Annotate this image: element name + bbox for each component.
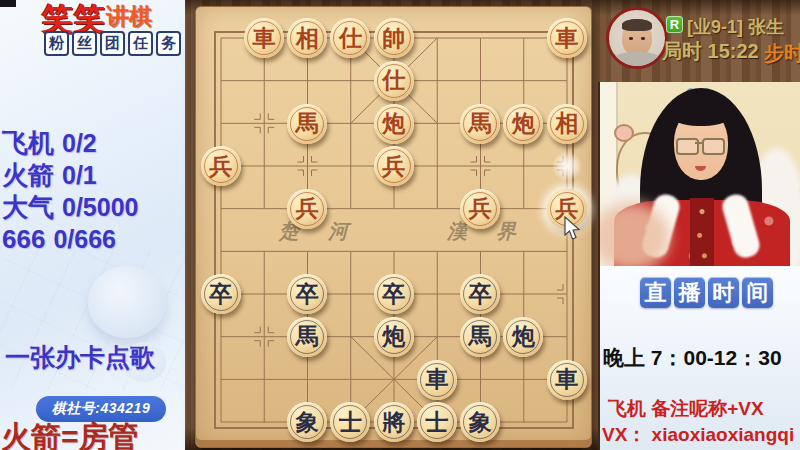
- black-piece-p[interactable]: 卒: [374, 274, 414, 314]
- piece-glyph: 相: [296, 27, 319, 50]
- gift-label: 666: [2, 224, 45, 255]
- opponent-avatar[interactable]: [606, 7, 668, 69]
- corner-sliver: [0, 0, 16, 7]
- song-request-line: 一张办卡点歌: [5, 341, 155, 374]
- piece-glyph: 仕: [382, 69, 405, 92]
- logo-sub-text: 讲棋: [106, 1, 152, 32]
- game-clock-label: 局时: [662, 40, 702, 62]
- gift-count: 0/666: [53, 225, 116, 254]
- red-piece-C[interactable]: 炮: [374, 104, 414, 144]
- schedule-title: 直 播 时 间: [640, 277, 773, 308]
- black-piece-r[interactable]: 車: [547, 360, 587, 400]
- avatar-eye: [629, 37, 633, 40]
- streamer-glasses: [702, 138, 725, 155]
- gift-count: 0/1: [62, 161, 97, 190]
- piece-glyph: 卒: [209, 283, 232, 306]
- piece-glyph: 車: [555, 368, 578, 391]
- fan-club-task-banner: 粉 丝 团 任 务: [44, 31, 181, 56]
- watermark-piece-icon: [88, 266, 166, 338]
- xiangqi-board-area: 楚 河 漢 界 車相仕帥車仕馬炮馬炮相兵兵兵兵兵卒卒卒卒馬炮馬炮車車象士將士象: [185, 0, 600, 450]
- gift-label: 火箭: [2, 158, 54, 193]
- piece-glyph: 兵: [296, 197, 319, 220]
- piece-glyph: 仕: [339, 27, 362, 50]
- black-piece-r[interactable]: 車: [417, 360, 457, 400]
- mouse-cursor: [563, 216, 583, 242]
- red-piece-A[interactable]: 仕: [374, 61, 414, 101]
- red-piece-B[interactable]: 相: [547, 104, 587, 144]
- piece-glyph: 相: [555, 112, 578, 135]
- piece-glyph: 炮: [512, 112, 535, 135]
- gift-goal-666: 666 0/666: [2, 223, 184, 255]
- piece-glyph: 象: [469, 411, 492, 434]
- black-piece-p[interactable]: 卒: [287, 274, 327, 314]
- club-id-text: 棋社号:434219: [52, 400, 150, 418]
- glasses-bridge: [695, 142, 703, 144]
- streamer-webcam-video: Disney: [598, 82, 800, 266]
- piece-glyph: 卒: [382, 283, 405, 306]
- schedule-title-char: 播: [674, 277, 705, 308]
- gift-goal-list: 飞机 0/2 火箭 0/1 大气 0/5000 666 0/666: [2, 127, 184, 255]
- piece-glyph: 車: [555, 27, 578, 50]
- piece-glyph: 將: [382, 411, 405, 434]
- piece-glyph: 馬: [469, 325, 492, 348]
- move-clock-label: 步时: [764, 40, 800, 67]
- piece-glyph: 車: [425, 368, 448, 391]
- avatar-eye: [641, 37, 645, 40]
- schedule-time-text: 晚上 7：00-12：30: [603, 344, 782, 372]
- left-info-sidebar: 笑笑 讲棋 粉 丝 团 任 务 飞机 0/2 火箭 0/1 大气 0/5000: [0, 0, 185, 450]
- schedule-title-char: 间: [742, 277, 773, 308]
- black-piece-c[interactable]: 炮: [503, 317, 543, 357]
- game-clock-value: 15:22: [708, 40, 759, 62]
- piece-glyph: 士: [339, 411, 362, 434]
- red-piece-P[interactable]: 兵: [201, 146, 241, 186]
- streamer-hair-fringe: [670, 100, 732, 126]
- schedule-title-char: 时: [708, 277, 739, 308]
- piece-glyph: 士: [425, 411, 448, 434]
- gift-goal-plane: 飞机 0/2: [2, 127, 184, 159]
- piece-glyph: 兵: [209, 155, 232, 178]
- red-piece-P[interactable]: 兵: [460, 189, 500, 229]
- rocket-admin-line: 火箭=房管: [1, 417, 139, 450]
- rank-badge-icon: R: [666, 16, 683, 33]
- red-piece-N[interactable]: 馬: [460, 104, 500, 144]
- pieces-layer[interactable]: 車相仕帥車仕馬炮馬炮相兵兵兵兵兵卒卒卒卒馬炮馬炮車車象士將士象: [199, 17, 588, 444]
- gift-label: 大气: [2, 190, 54, 225]
- red-piece-R[interactable]: 車: [244, 18, 284, 58]
- piece-glyph: 馬: [296, 325, 319, 348]
- red-piece-A[interactable]: 仕: [330, 18, 370, 58]
- gift-goal-daqi: 大气 0/5000: [2, 191, 184, 223]
- stream-screen: 笑笑 讲棋 粉 丝 团 任 务 飞机 0/2 火箭 0/1 大气 0/5000: [0, 0, 800, 450]
- black-piece-b[interactable]: 象: [460, 402, 500, 442]
- black-piece-c[interactable]: 炮: [374, 317, 414, 357]
- game-clock: 局时 15:22: [662, 38, 759, 65]
- gift-label: 飞机: [2, 126, 54, 161]
- opponent-name: [业9-1] 张生: [687, 15, 784, 39]
- red-piece-R[interactable]: 車: [547, 18, 587, 58]
- piece-glyph: 炮: [512, 325, 535, 348]
- black-piece-n[interactable]: 馬: [287, 317, 327, 357]
- schedule-title-char: 直: [640, 277, 671, 308]
- avatar-shirt: [615, 52, 659, 68]
- piece-glyph: 象: [296, 411, 319, 434]
- piece-glyph: 炮: [382, 112, 405, 135]
- fan-task-char: 任: [128, 31, 153, 56]
- red-piece-C[interactable]: 炮: [503, 104, 543, 144]
- piece-glyph: 車: [252, 27, 275, 50]
- gift-count: 0/2: [62, 129, 97, 158]
- fan-task-char: 务: [156, 31, 181, 56]
- fan-task-char: 丝: [72, 31, 97, 56]
- black-piece-b[interactable]: 象: [287, 402, 327, 442]
- red-piece-N[interactable]: 馬: [287, 104, 327, 144]
- stream-schedule-panel: 直 播 时 间 晚上 7：00-12：30 飞机 备注呢称+VX VX： xia…: [598, 266, 800, 450]
- red-piece-B[interactable]: 相: [287, 18, 327, 58]
- outfit-center-panel: [690, 198, 714, 266]
- piece-glyph: 炮: [382, 325, 405, 348]
- red-piece-P[interactable]: 兵: [374, 146, 414, 186]
- contact-line-2: VX： xiaoxiaoxiangqi: [602, 422, 794, 448]
- piece-glyph: 卒: [469, 283, 492, 306]
- piece-glyph: 馬: [296, 112, 319, 135]
- gift-goal-rocket: 火箭 0/1: [2, 159, 184, 191]
- black-piece-p[interactable]: 卒: [460, 274, 500, 314]
- red-piece-P[interactable]: 兵: [287, 189, 327, 229]
- black-piece-a[interactable]: 士: [417, 402, 457, 442]
- black-piece-p[interactable]: 卒: [201, 274, 241, 314]
- black-piece-n[interactable]: 馬: [460, 317, 500, 357]
- piece-glyph: 馬: [469, 112, 492, 135]
- gift-count: 0/5000: [62, 193, 138, 222]
- piece-glyph: 兵: [382, 155, 405, 178]
- piece-glyph: 卒: [296, 283, 319, 306]
- red-piece-K[interactable]: 帥: [374, 18, 414, 58]
- black-piece-k[interactable]: 將: [374, 402, 414, 442]
- fan-task-char: 团: [100, 31, 125, 56]
- black-piece-a[interactable]: 士: [330, 402, 370, 442]
- piece-glyph: 兵: [469, 197, 492, 220]
- streamer-glasses: [676, 138, 699, 155]
- avatar-hair: [622, 19, 652, 31]
- fan-task-char: 粉: [44, 31, 69, 56]
- opponent-info-bar: R [业9-1] 张生 局时 15:22 步时: [600, 0, 800, 82]
- piece-glyph: 帥: [382, 27, 405, 50]
- contact-line-1: 飞机 备注呢称+VX: [608, 396, 764, 422]
